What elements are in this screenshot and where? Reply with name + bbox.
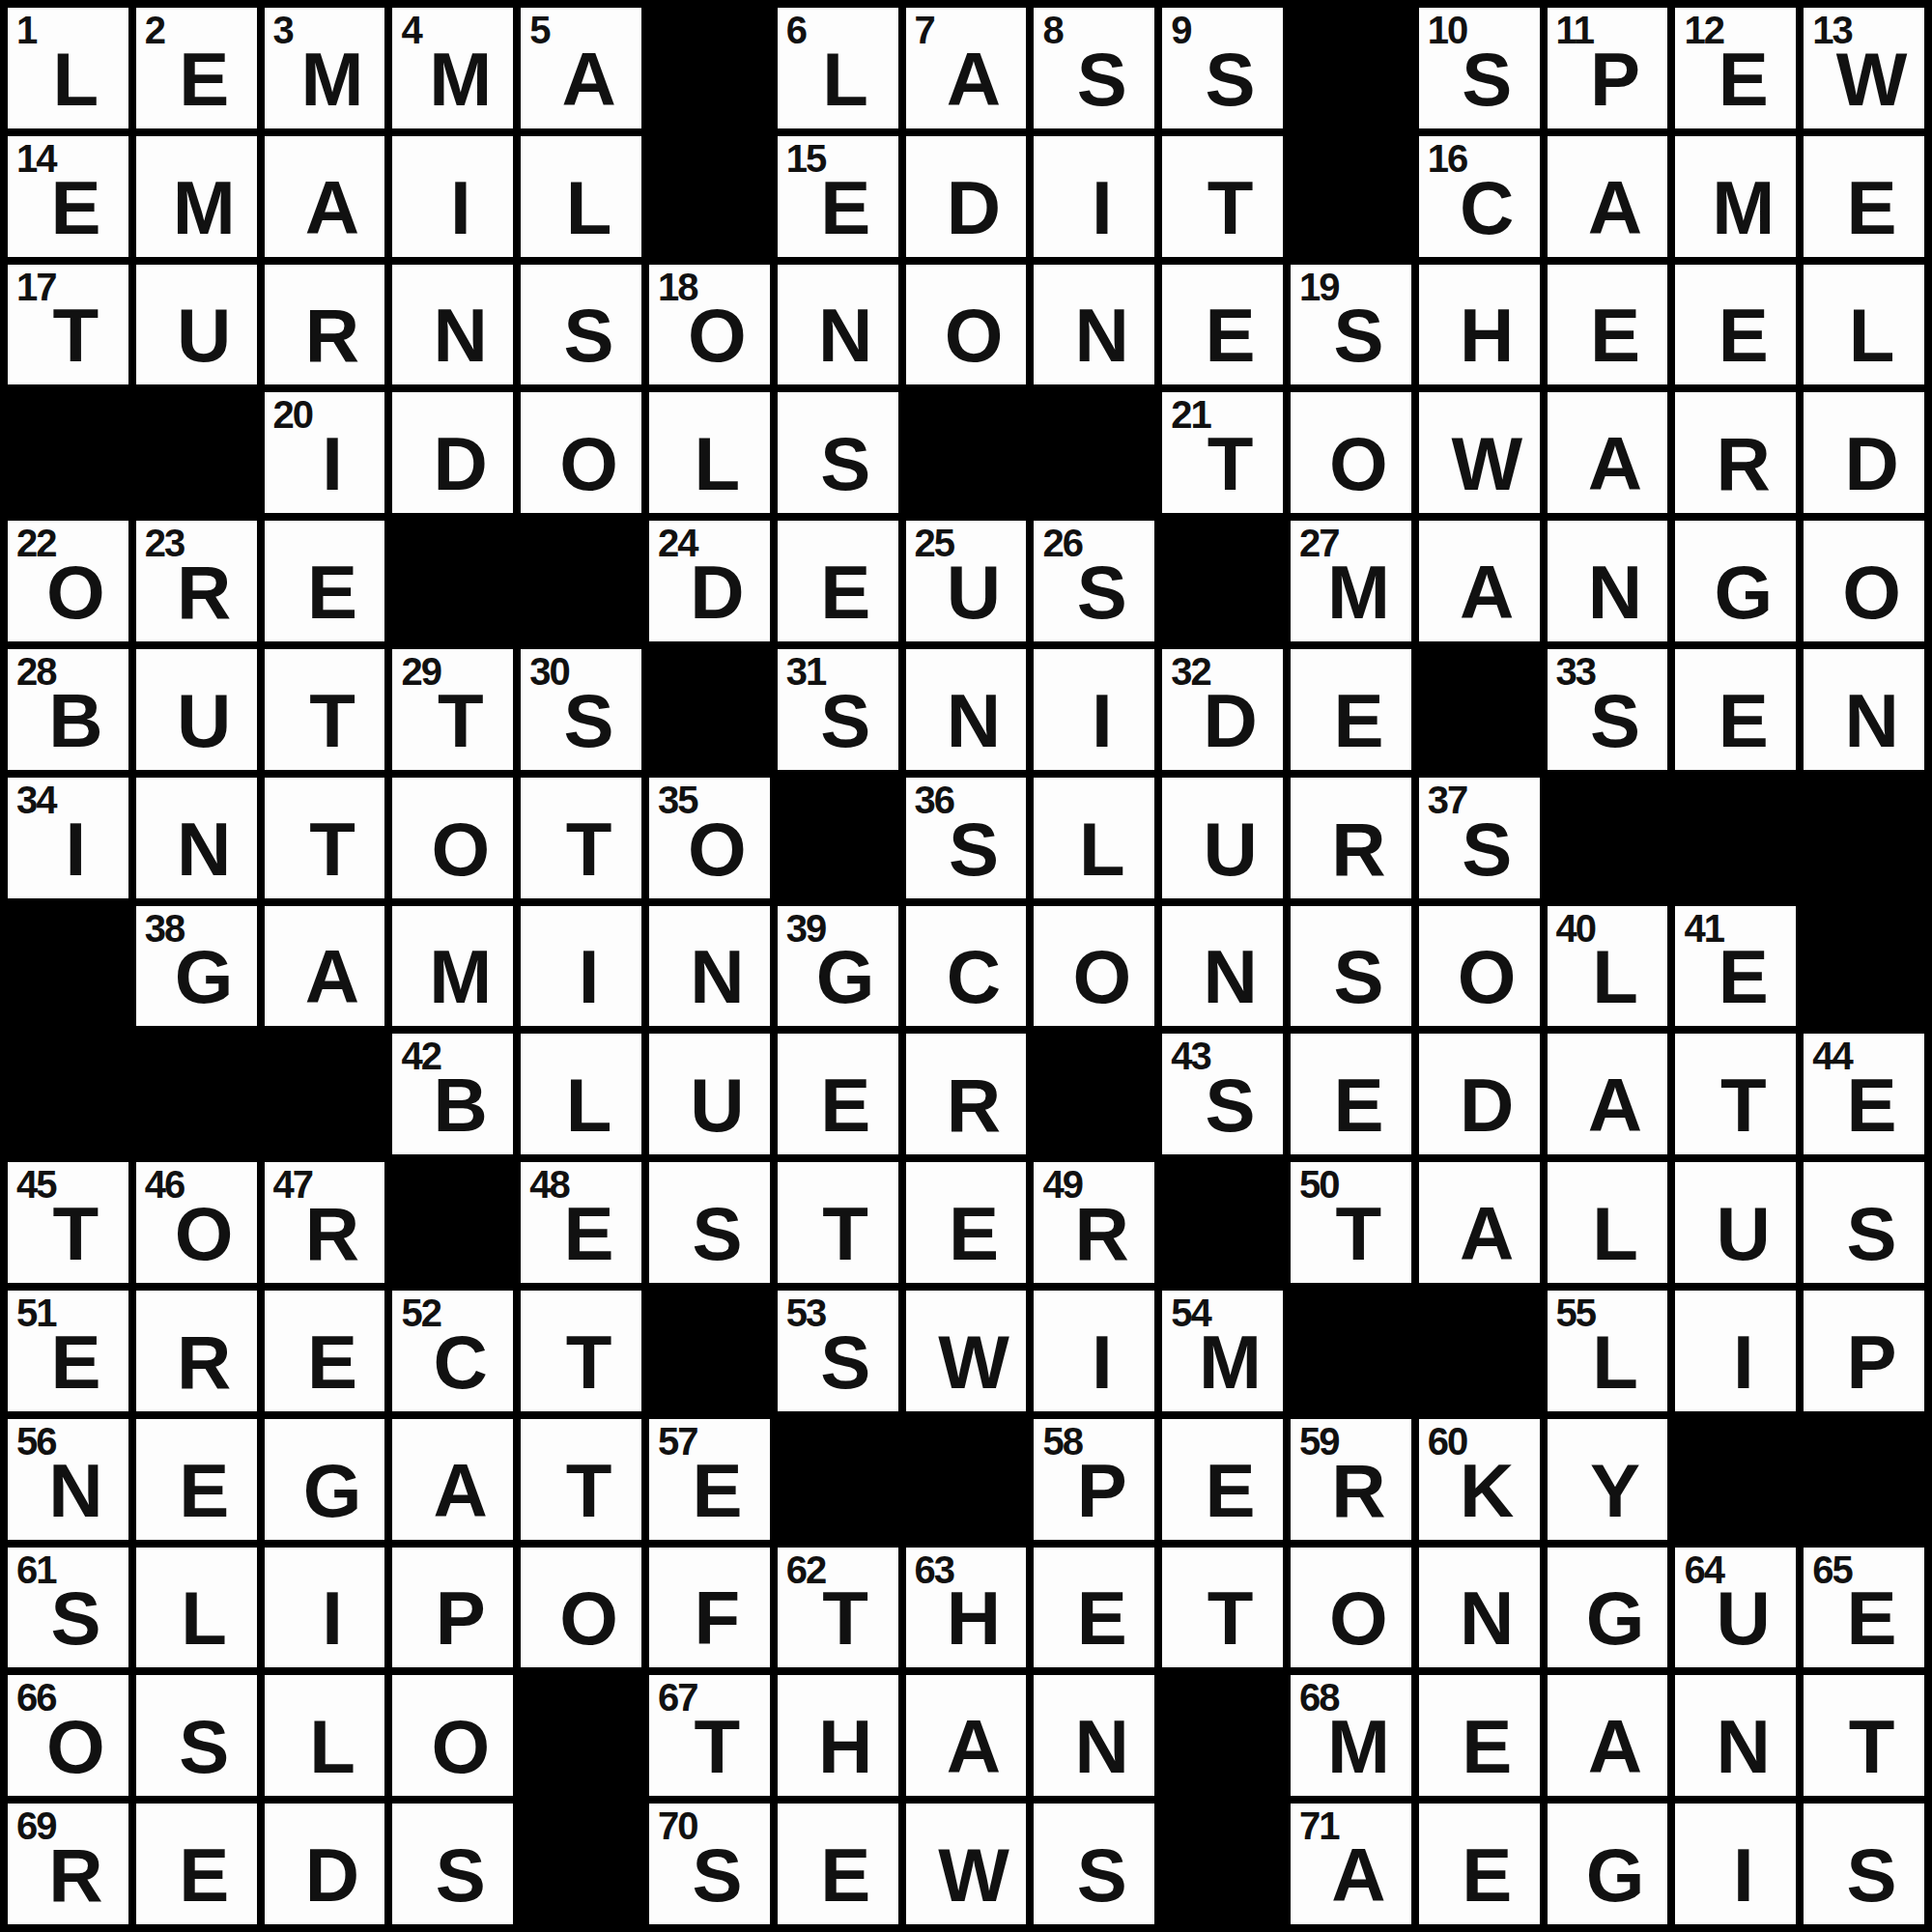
letter-cell-r12c3[interactable]: G bbox=[265, 1419, 385, 1540]
letter-cell-r9c12[interactable]: D bbox=[1419, 1034, 1540, 1154]
letter-cell-r6c9[interactable]: I bbox=[1034, 649, 1154, 770]
cell-letter: G bbox=[144, 939, 257, 1014]
black-square bbox=[521, 1804, 641, 1924]
cell-letter: M bbox=[400, 939, 513, 1014]
cell-letter: L bbox=[528, 170, 641, 245]
letter-cell-r15c2[interactable]: E bbox=[136, 1804, 257, 1924]
letter-cell-r6c11[interactable]: E bbox=[1291, 649, 1411, 770]
letter-cell-r14c7[interactable]: H bbox=[778, 1675, 898, 1796]
cell-letter: E bbox=[785, 554, 898, 630]
black-square bbox=[265, 1034, 385, 1154]
letter-cell-r8c3[interactable]: A bbox=[265, 906, 385, 1027]
cell-letter: T bbox=[1298, 1196, 1411, 1271]
cell-letter: T bbox=[528, 1453, 641, 1528]
letter-cell-r7c11[interactable]: R bbox=[1291, 778, 1411, 898]
black-square bbox=[1291, 136, 1411, 257]
letter-cell-r7c9[interactable]: L bbox=[1034, 778, 1154, 898]
letter-cell-r14c1[interactable]: 66O bbox=[8, 1675, 128, 1796]
letter-cell-r13c15[interactable]: 65E bbox=[1804, 1548, 1924, 1668]
cell-letter: N bbox=[400, 298, 513, 373]
letter-cell-r6c2[interactable]: U bbox=[136, 649, 257, 770]
black-square bbox=[8, 1034, 128, 1154]
letter-cell-r7c5[interactable]: T bbox=[521, 778, 641, 898]
cell-letter: S bbox=[1041, 1837, 1154, 1913]
letter-cell-r10c5[interactable]: 48E bbox=[521, 1162, 641, 1283]
cell-letter: I bbox=[1041, 683, 1154, 758]
black-square bbox=[1419, 649, 1540, 770]
letter-cell-r8c12[interactable]: O bbox=[1419, 906, 1540, 1027]
letter-cell-r6c1[interactable]: 28B bbox=[8, 649, 128, 770]
letter-cell-r1c3[interactable]: 3M bbox=[265, 8, 385, 128]
letter-cell-r4c13[interactable]: A bbox=[1548, 392, 1668, 513]
letter-cell-r6c8[interactable]: N bbox=[906, 649, 1027, 770]
cell-letter: M bbox=[1683, 170, 1796, 245]
cell-letter: T bbox=[528, 1324, 641, 1400]
cell-letter: U bbox=[1683, 1580, 1796, 1656]
letter-cell-r11c9[interactable]: I bbox=[1034, 1291, 1154, 1411]
letter-cell-r3c5[interactable]: S bbox=[521, 265, 641, 385]
cell-letter: R bbox=[144, 1324, 257, 1400]
cell-letter: M bbox=[144, 170, 257, 245]
letter-cell-r2c13[interactable]: A bbox=[1548, 136, 1668, 257]
black-square bbox=[1034, 392, 1154, 513]
letter-cell-r2c14[interactable]: M bbox=[1675, 136, 1796, 257]
letter-cell-r11c13[interactable]: 55L bbox=[1548, 1291, 1668, 1411]
letter-cell-r15c11[interactable]: 71A bbox=[1291, 1804, 1411, 1924]
cell-letter: N bbox=[657, 939, 770, 1014]
letter-cell-r9c4[interactable]: 42B bbox=[392, 1034, 513, 1154]
cell-letter: L bbox=[144, 1580, 257, 1656]
black-square bbox=[778, 1419, 898, 1540]
cell-letter: I bbox=[15, 811, 128, 887]
letter-cell-r2c1[interactable]: 14E bbox=[8, 136, 128, 257]
cell-letter: L bbox=[1555, 939, 1668, 1014]
letter-cell-r4c6[interactable]: L bbox=[649, 392, 770, 513]
cell-letter: D bbox=[914, 170, 1027, 245]
cell-letter: G bbox=[785, 939, 898, 1014]
cell-letter: M bbox=[1298, 1709, 1411, 1784]
letter-cell-r1c12[interactable]: 10S bbox=[1419, 8, 1540, 128]
cell-letter: T bbox=[400, 683, 513, 758]
letter-cell-r8c2[interactable]: 38G bbox=[136, 906, 257, 1027]
cell-letter: A bbox=[400, 1453, 513, 1528]
letter-cell-r15c12[interactable]: E bbox=[1419, 1804, 1540, 1924]
letter-cell-r10c11[interactable]: 50T bbox=[1291, 1162, 1411, 1283]
cell-letter: U bbox=[657, 1067, 770, 1143]
letter-cell-r6c13[interactable]: 33S bbox=[1548, 649, 1668, 770]
cell-letter: S bbox=[785, 426, 898, 501]
letter-cell-r3c7[interactable]: N bbox=[778, 265, 898, 385]
letter-cell-r5c1[interactable]: 22O bbox=[8, 521, 128, 641]
cell-letter: G bbox=[1555, 1837, 1668, 1913]
letter-cell-r3c4[interactable]: N bbox=[392, 265, 513, 385]
cell-letter: R bbox=[1298, 1453, 1411, 1528]
cell-letter: S bbox=[144, 1709, 257, 1784]
letter-cell-r13c3[interactable]: I bbox=[265, 1548, 385, 1668]
letter-cell-r13c14[interactable]: 64U bbox=[1675, 1548, 1796, 1668]
black-square bbox=[1162, 521, 1283, 641]
letter-cell-r13c2[interactable]: L bbox=[136, 1548, 257, 1668]
letter-cell-r3c1[interactable]: 17T bbox=[8, 265, 128, 385]
cell-letter: E bbox=[1811, 170, 1924, 245]
cell-letter: S bbox=[1298, 939, 1411, 1014]
letter-cell-r14c4[interactable]: O bbox=[392, 1675, 513, 1796]
cell-letter: E bbox=[785, 1837, 898, 1913]
cell-letter: O bbox=[400, 811, 513, 887]
black-square bbox=[649, 136, 770, 257]
letter-cell-r6c14[interactable]: E bbox=[1675, 649, 1796, 770]
letter-cell-r1c1[interactable]: 1L bbox=[8, 8, 128, 128]
cell-letter: Y bbox=[1555, 1453, 1668, 1528]
letter-cell-r4c15[interactable]: D bbox=[1804, 392, 1924, 513]
cell-letter: D bbox=[272, 1837, 385, 1913]
cell-letter: E bbox=[272, 554, 385, 630]
letter-cell-r14c8[interactable]: A bbox=[906, 1675, 1027, 1796]
letter-cell-r12c4[interactable]: A bbox=[392, 1419, 513, 1540]
cell-letter: R bbox=[1298, 811, 1411, 887]
cell-letter: G bbox=[1555, 1580, 1668, 1656]
cell-letter: A bbox=[1555, 1067, 1668, 1143]
letter-cell-r1c10[interactable]: 9S bbox=[1162, 8, 1283, 128]
letter-cell-r15c8[interactable]: W bbox=[906, 1804, 1027, 1924]
letter-cell-r7c6[interactable]: 35O bbox=[649, 778, 770, 898]
cell-letter: U bbox=[914, 554, 1027, 630]
letter-cell-r14c12[interactable]: E bbox=[1419, 1675, 1540, 1796]
cell-letter: D bbox=[400, 426, 513, 501]
letter-cell-r7c10[interactable]: U bbox=[1162, 778, 1283, 898]
letter-cell-r9c15[interactable]: 44E bbox=[1804, 1034, 1924, 1154]
cell-letter: A bbox=[1555, 170, 1668, 245]
letter-cell-r11c2[interactable]: R bbox=[136, 1291, 257, 1411]
letter-cell-r5c14[interactable]: G bbox=[1675, 521, 1796, 641]
letter-cell-r1c13[interactable]: 11P bbox=[1548, 8, 1668, 128]
letter-cell-r2c3[interactable]: A bbox=[265, 136, 385, 257]
letter-cell-r3c11[interactable]: 19S bbox=[1291, 265, 1411, 385]
cell-letter: A bbox=[1555, 426, 1668, 501]
letter-cell-r4c7[interactable]: S bbox=[778, 392, 898, 513]
letter-cell-r11c3[interactable]: E bbox=[265, 1291, 385, 1411]
letter-cell-r10c14[interactable]: U bbox=[1675, 1162, 1796, 1283]
cell-letter: N bbox=[1041, 1709, 1154, 1784]
letter-cell-r8c11[interactable]: S bbox=[1291, 906, 1411, 1027]
crossword-board: 1L2E3M4M5A6L7A8S9S10S11P12E13W14EMAIL15E… bbox=[0, 0, 1932, 1932]
letter-cell-r3c15[interactable]: L bbox=[1804, 265, 1924, 385]
letter-cell-r12c2[interactable]: E bbox=[136, 1419, 257, 1540]
letter-cell-r7c4[interactable]: O bbox=[392, 778, 513, 898]
letter-cell-r7c2[interactable]: N bbox=[136, 778, 257, 898]
letter-cell-r15c14[interactable]: I bbox=[1675, 1804, 1796, 1924]
cell-letter: T bbox=[272, 683, 385, 758]
letter-cell-r2c12[interactable]: 16C bbox=[1419, 136, 1540, 257]
letter-cell-r6c3[interactable]: T bbox=[265, 649, 385, 770]
letter-cell-r3c9[interactable]: N bbox=[1034, 265, 1154, 385]
letter-cell-r13c8[interactable]: 63H bbox=[906, 1548, 1027, 1668]
letter-cell-r9c11[interactable]: E bbox=[1291, 1034, 1411, 1154]
letter-cell-r3c10[interactable]: E bbox=[1162, 265, 1283, 385]
cell-letter: W bbox=[1811, 42, 1924, 117]
letter-cell-r12c12[interactable]: 60K bbox=[1419, 1419, 1540, 1540]
letter-cell-r1c15[interactable]: 13W bbox=[1804, 8, 1924, 128]
cell-letter: S bbox=[1427, 42, 1540, 117]
letter-cell-r15c13[interactable]: G bbox=[1548, 1804, 1668, 1924]
letter-cell-r5c7[interactable]: E bbox=[778, 521, 898, 641]
letter-cell-r1c4[interactable]: 4M bbox=[392, 8, 513, 128]
letter-cell-r12c11[interactable]: 59R bbox=[1291, 1419, 1411, 1540]
letter-cell-r15c1[interactable]: 69R bbox=[8, 1804, 128, 1924]
cell-letter: N bbox=[785, 298, 898, 373]
letter-cell-r14c2[interactable]: S bbox=[136, 1675, 257, 1796]
letter-cell-r5c6[interactable]: 24D bbox=[649, 521, 770, 641]
cell-letter: E bbox=[144, 1453, 257, 1528]
letter-cell-r13c5[interactable]: O bbox=[521, 1548, 641, 1668]
cell-letter: M bbox=[272, 42, 385, 117]
cell-letter: W bbox=[914, 1837, 1027, 1913]
cell-letter: O bbox=[657, 298, 770, 373]
letter-cell-r1c2[interactable]: 2E bbox=[136, 8, 257, 128]
letter-cell-r13c12[interactable]: N bbox=[1419, 1548, 1540, 1668]
letter-cell-r9c10[interactable]: 43S bbox=[1162, 1034, 1283, 1154]
letter-cell-r14c13[interactable]: A bbox=[1548, 1675, 1668, 1796]
cell-letter: A bbox=[1427, 554, 1540, 630]
letter-cell-r11c8[interactable]: W bbox=[906, 1291, 1027, 1411]
letter-cell-r7c12[interactable]: 37S bbox=[1419, 778, 1540, 898]
letter-cell-r15c3[interactable]: D bbox=[265, 1804, 385, 1924]
letter-cell-r1c5[interactable]: 5A bbox=[521, 8, 641, 128]
cell-letter: S bbox=[657, 1837, 770, 1913]
black-square bbox=[1034, 1034, 1154, 1154]
letter-cell-r13c10[interactable]: T bbox=[1162, 1548, 1283, 1668]
letter-cell-r4c11[interactable]: O bbox=[1291, 392, 1411, 513]
letter-cell-r4c4[interactable]: D bbox=[392, 392, 513, 513]
letter-cell-r3c6[interactable]: 18O bbox=[649, 265, 770, 385]
letter-cell-r5c12[interactable]: A bbox=[1419, 521, 1540, 641]
cell-letter: T bbox=[272, 811, 385, 887]
cell-letter: H bbox=[785, 1709, 898, 1784]
letter-cell-r1c9[interactable]: 8S bbox=[1034, 8, 1154, 128]
letter-cell-r15c7[interactable]: E bbox=[778, 1804, 898, 1924]
letter-cell-r11c4[interactable]: 52C bbox=[392, 1291, 513, 1411]
letter-cell-r12c1[interactable]: 56N bbox=[8, 1419, 128, 1540]
letter-cell-r5c3[interactable]: E bbox=[265, 521, 385, 641]
cell-letter: I bbox=[272, 426, 385, 501]
cell-letter: N bbox=[1555, 554, 1668, 630]
letter-cell-r4c3[interactable]: 20I bbox=[265, 392, 385, 513]
black-square bbox=[1675, 778, 1796, 898]
letter-cell-r10c9[interactable]: 49R bbox=[1034, 1162, 1154, 1283]
letter-cell-r10c8[interactable]: E bbox=[906, 1162, 1027, 1283]
cell-letter: T bbox=[785, 1196, 898, 1271]
letter-cell-r14c14[interactable]: N bbox=[1675, 1675, 1796, 1796]
cell-letter: N bbox=[15, 1453, 128, 1528]
cell-letter: E bbox=[785, 170, 898, 245]
letter-cell-r3c12[interactable]: H bbox=[1419, 265, 1540, 385]
letter-cell-r14c3[interactable]: L bbox=[265, 1675, 385, 1796]
letter-cell-r13c13[interactable]: G bbox=[1548, 1548, 1668, 1668]
letter-cell-r5c13[interactable]: N bbox=[1548, 521, 1668, 641]
letter-cell-r12c13[interactable]: Y bbox=[1548, 1419, 1668, 1540]
cell-letter: O bbox=[1298, 426, 1411, 501]
letter-cell-r2c5[interactable]: L bbox=[521, 136, 641, 257]
letter-cell-r10c15[interactable]: S bbox=[1804, 1162, 1924, 1283]
letter-cell-r12c6[interactable]: 57E bbox=[649, 1419, 770, 1540]
cell-letter: S bbox=[1170, 42, 1283, 117]
cell-letter: T bbox=[1170, 170, 1283, 245]
letter-cell-r1c7[interactable]: 6L bbox=[778, 8, 898, 128]
letter-cell-r7c3[interactable]: T bbox=[265, 778, 385, 898]
letter-cell-r7c1[interactable]: 34I bbox=[8, 778, 128, 898]
cell-letter: R bbox=[1041, 1196, 1154, 1271]
letter-cell-r6c15[interactable]: N bbox=[1804, 649, 1924, 770]
letter-cell-r2c10[interactable]: T bbox=[1162, 136, 1283, 257]
cell-letter: E bbox=[1683, 298, 1796, 373]
letter-cell-r8c9[interactable]: O bbox=[1034, 906, 1154, 1027]
letter-cell-r7c8[interactable]: 36S bbox=[906, 778, 1027, 898]
letter-cell-r12c5[interactable]: T bbox=[521, 1419, 641, 1540]
letter-cell-r2c8[interactable]: D bbox=[906, 136, 1027, 257]
letter-cell-r5c8[interactable]: 25U bbox=[906, 521, 1027, 641]
cell-letter: A bbox=[272, 170, 385, 245]
letter-cell-r11c5[interactable]: T bbox=[521, 1291, 641, 1411]
letter-cell-r1c14[interactable]: 12E bbox=[1675, 8, 1796, 128]
letter-cell-r6c5[interactable]: 30S bbox=[521, 649, 641, 770]
letter-cell-r15c6[interactable]: 70S bbox=[649, 1804, 770, 1924]
black-square bbox=[521, 521, 641, 641]
cell-letter: C bbox=[1427, 170, 1540, 245]
letter-cell-r1c8[interactable]: 7A bbox=[906, 8, 1027, 128]
letter-cell-r15c4[interactable]: S bbox=[392, 1804, 513, 1924]
letter-cell-r13c6[interactable]: F bbox=[649, 1548, 770, 1668]
letter-cell-r4c12[interactable]: W bbox=[1419, 392, 1540, 513]
cell-letter: G bbox=[272, 1453, 385, 1528]
letter-cell-r4c14[interactable]: R bbox=[1675, 392, 1796, 513]
cell-letter: E bbox=[1555, 298, 1668, 373]
cell-letter: S bbox=[528, 683, 641, 758]
cell-letter: R bbox=[1683, 426, 1796, 501]
letter-cell-r3c14[interactable]: E bbox=[1675, 265, 1796, 385]
cell-letter: S bbox=[1170, 1067, 1283, 1143]
letter-cell-r10c1[interactable]: 45T bbox=[8, 1162, 128, 1283]
cell-letter: U bbox=[144, 298, 257, 373]
black-square bbox=[1162, 1804, 1283, 1924]
cell-letter: M bbox=[1170, 1324, 1283, 1400]
cell-letter: E bbox=[1427, 1709, 1540, 1784]
letter-cell-r13c4[interactable]: P bbox=[392, 1548, 513, 1668]
letter-cell-r14c9[interactable]: N bbox=[1034, 1675, 1154, 1796]
black-square bbox=[1548, 778, 1668, 898]
letter-cell-r8c10[interactable]: N bbox=[1162, 906, 1283, 1027]
black-square bbox=[1804, 906, 1924, 1027]
letter-cell-r2c4[interactable]: I bbox=[392, 136, 513, 257]
letter-cell-r2c2[interactable]: M bbox=[136, 136, 257, 257]
letter-cell-r5c11[interactable]: 27M bbox=[1291, 521, 1411, 641]
letter-cell-r8c13[interactable]: 40L bbox=[1548, 906, 1668, 1027]
cell-letter: O bbox=[657, 811, 770, 887]
letter-cell-r11c7[interactable]: 53S bbox=[778, 1291, 898, 1411]
letter-cell-r10c13[interactable]: L bbox=[1548, 1162, 1668, 1283]
letter-cell-r4c10[interactable]: 21T bbox=[1162, 392, 1283, 513]
letter-cell-r11c14[interactable]: I bbox=[1675, 1291, 1796, 1411]
letter-cell-r9c14[interactable]: T bbox=[1675, 1034, 1796, 1154]
letter-cell-r3c13[interactable]: E bbox=[1548, 265, 1668, 385]
letter-cell-r11c10[interactable]: 54M bbox=[1162, 1291, 1283, 1411]
letter-cell-r6c7[interactable]: 31S bbox=[778, 649, 898, 770]
cell-letter: I bbox=[1041, 170, 1154, 245]
cell-letter: T bbox=[15, 298, 128, 373]
letter-cell-r14c11[interactable]: 68M bbox=[1291, 1675, 1411, 1796]
letter-cell-r12c9[interactable]: 58P bbox=[1034, 1419, 1154, 1540]
letter-cell-r2c9[interactable]: I bbox=[1034, 136, 1154, 257]
letter-cell-r2c15[interactable]: E bbox=[1804, 136, 1924, 257]
letter-cell-r3c3[interactable]: R bbox=[265, 265, 385, 385]
letter-cell-r6c10[interactable]: 32D bbox=[1162, 649, 1283, 770]
letter-cell-r13c9[interactable]: E bbox=[1034, 1548, 1154, 1668]
letter-cell-r9c13[interactable]: A bbox=[1548, 1034, 1668, 1154]
cell-letter: T bbox=[1811, 1709, 1924, 1784]
cell-letter: E bbox=[144, 42, 257, 117]
letter-cell-r5c2[interactable]: 23R bbox=[136, 521, 257, 641]
letter-cell-r13c1[interactable]: 61S bbox=[8, 1548, 128, 1668]
letter-cell-r3c8[interactable]: O bbox=[906, 265, 1027, 385]
letter-cell-r5c9[interactable]: 26S bbox=[1034, 521, 1154, 641]
letter-cell-r12c10[interactable]: E bbox=[1162, 1419, 1283, 1540]
letter-cell-r14c6[interactable]: 67T bbox=[649, 1675, 770, 1796]
letter-cell-r8c4[interactable]: M bbox=[392, 906, 513, 1027]
cell-letter: N bbox=[914, 683, 1027, 758]
cell-letter: L bbox=[528, 1067, 641, 1143]
letter-cell-r14c15[interactable]: T bbox=[1804, 1675, 1924, 1796]
letter-cell-r9c6[interactable]: U bbox=[649, 1034, 770, 1154]
cell-letter: U bbox=[1683, 1196, 1796, 1271]
letter-cell-r5c15[interactable]: O bbox=[1804, 521, 1924, 641]
letter-cell-r10c3[interactable]: 47R bbox=[265, 1162, 385, 1283]
letter-cell-r15c9[interactable]: S bbox=[1034, 1804, 1154, 1924]
cell-letter: E bbox=[1298, 683, 1411, 758]
letter-cell-r8c6[interactable]: N bbox=[649, 906, 770, 1027]
letter-cell-r13c7[interactable]: 62T bbox=[778, 1548, 898, 1668]
letter-cell-r15c15[interactable]: S bbox=[1804, 1804, 1924, 1924]
cell-letter: S bbox=[15, 1580, 128, 1656]
cell-letter: R bbox=[914, 1067, 1027, 1143]
letter-cell-r8c14[interactable]: 41E bbox=[1675, 906, 1796, 1027]
letter-cell-r3c2[interactable]: U bbox=[136, 265, 257, 385]
letter-cell-r8c7[interactable]: 39G bbox=[778, 906, 898, 1027]
letter-cell-r9c5[interactable]: L bbox=[521, 1034, 641, 1154]
letter-cell-r10c6[interactable]: S bbox=[649, 1162, 770, 1283]
letter-cell-r10c2[interactable]: 46O bbox=[136, 1162, 257, 1283]
letter-cell-r10c7[interactable]: T bbox=[778, 1162, 898, 1283]
letter-cell-r11c15[interactable]: P bbox=[1804, 1291, 1924, 1411]
cell-letter: O bbox=[144, 1196, 257, 1271]
cell-letter: T bbox=[785, 1580, 898, 1656]
cell-letter: E bbox=[15, 1324, 128, 1400]
letter-cell-r8c5[interactable]: I bbox=[521, 906, 641, 1027]
letter-cell-r9c7[interactable]: E bbox=[778, 1034, 898, 1154]
letter-cell-r8c8[interactable]: C bbox=[906, 906, 1027, 1027]
cell-letter: S bbox=[1427, 811, 1540, 887]
cell-letter: S bbox=[1298, 298, 1411, 373]
letter-cell-r11c1[interactable]: 51E bbox=[8, 1291, 128, 1411]
letter-cell-r13c11[interactable]: O bbox=[1291, 1548, 1411, 1668]
cell-letter: L bbox=[272, 1709, 385, 1784]
letter-cell-r10c12[interactable]: A bbox=[1419, 1162, 1540, 1283]
letter-cell-r4c5[interactable]: O bbox=[521, 392, 641, 513]
letter-cell-r6c4[interactable]: 29T bbox=[392, 649, 513, 770]
cell-letter: E bbox=[1170, 298, 1283, 373]
letter-cell-r9c8[interactable]: R bbox=[906, 1034, 1027, 1154]
black-square bbox=[8, 392, 128, 513]
cell-letter: E bbox=[1298, 1067, 1411, 1143]
letter-cell-r2c7[interactable]: 15E bbox=[778, 136, 898, 257]
